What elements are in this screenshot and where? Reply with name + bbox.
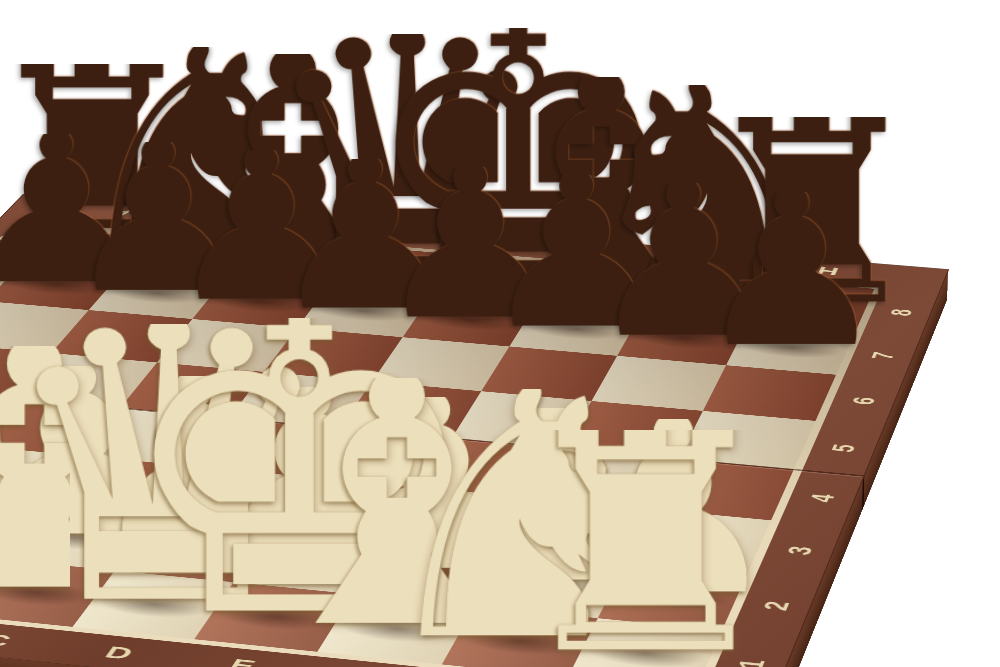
photo-scene: AABBCCDDEEFFGGHH1122334455667788 ♜♞♝♛♚♝♞… bbox=[0, 0, 1000, 667]
chess-board: AABBCCDDEEFFGGHH1122334455667788 ♜♞♝♛♚♝♞… bbox=[0, 194, 948, 667]
white-knight-g1[interactable]: ♞ bbox=[442, 606, 598, 667]
perspective-scene: AABBCCDDEEFFGGHH1122334455667788 ♜♞♝♛♚♝♞… bbox=[0, 0, 1000, 667]
